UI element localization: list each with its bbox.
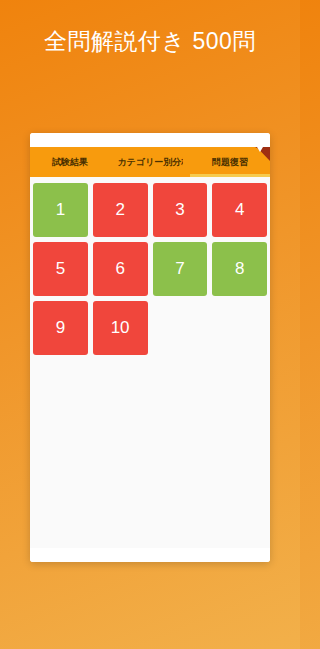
question-tile-9[interactable]: 9 [33,301,88,355]
tab-category-analysis[interactable]: カテゴリー別分析 [110,147,190,177]
tab-label: 試験結果 [52,156,88,169]
status-bar [30,133,270,147]
question-tile-1[interactable]: 1 [33,183,88,237]
question-tile-2[interactable]: 2 [93,183,148,237]
tab-test-results[interactable]: 試験結果 [30,147,110,177]
question-tile-4[interactable]: 4 [212,183,267,237]
phone-screenshot-frame: 試験結果 カテゴリー別分析 問題復習 12345678910 [30,133,270,562]
tab-indicator [190,174,270,177]
question-tile-3[interactable]: 3 [153,183,208,237]
tab-question-review[interactable]: 問題復習 [190,147,270,177]
question-tile-8[interactable]: 8 [212,242,267,296]
question-tile-7[interactable]: 7 [153,242,208,296]
tab-label: カテゴリー別分析 [118,156,183,169]
app-store-screenshot: { "game": "quiz-result-review-grid", "po… [0,0,300,649]
question-tile-5[interactable]: 5 [33,242,88,296]
question-tile-6[interactable]: 6 [93,242,148,296]
content-area: 12345678910 [30,177,270,548]
tab-label: 問題復習 [212,156,248,169]
question-tile-10[interactable]: 10 [93,301,148,355]
bottom-bar [30,548,270,562]
question-grid: 12345678910 [33,183,267,355]
page-title: 全問解説付き 500問 [0,26,300,57]
tab-bar: 試験結果 カテゴリー別分析 問題復習 [30,147,270,177]
